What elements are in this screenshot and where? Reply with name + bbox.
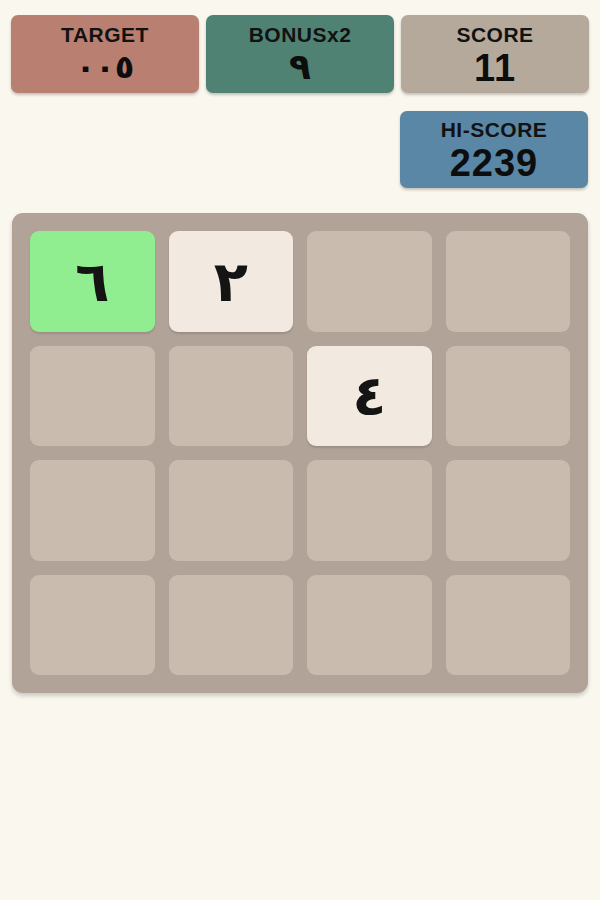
target-label: TARGET bbox=[61, 22, 149, 47]
game-screen: TARGET ٠٠٥ BONUSx2 ٩ SCORE 11 HI-SCORE 2… bbox=[0, 0, 600, 900]
hiscore-badge: HI-SCORE 2239 bbox=[400, 111, 588, 188]
board-cell-empty bbox=[30, 460, 155, 561]
game-board[interactable]: ٦٢٤ bbox=[12, 213, 588, 693]
bonus-value: ٩ bbox=[289, 47, 311, 87]
bonus-badge: BONUSx2 ٩ bbox=[206, 15, 394, 93]
board-cell-empty bbox=[446, 231, 571, 332]
board-cell-empty bbox=[30, 575, 155, 676]
score-value: 11 bbox=[474, 47, 516, 89]
bonus-label: BONUSx2 bbox=[249, 22, 352, 47]
header-badges: TARGET ٠٠٥ BONUSx2 ٩ SCORE 11 bbox=[11, 15, 589, 93]
board-cell-empty bbox=[30, 346, 155, 447]
board-cell-empty bbox=[307, 231, 432, 332]
tile-2: ٢ bbox=[169, 231, 294, 332]
board-cell-empty bbox=[446, 346, 571, 447]
score-badge: SCORE 11 bbox=[401, 15, 589, 93]
tile-6: ٦ bbox=[30, 231, 155, 332]
target-value: ٠٠٥ bbox=[76, 47, 135, 87]
tile-4: ٤ bbox=[307, 346, 432, 447]
hiscore-value: 2239 bbox=[450, 142, 539, 184]
score-label: SCORE bbox=[456, 22, 533, 47]
board-cell-empty bbox=[446, 575, 571, 676]
board-cell-empty bbox=[307, 460, 432, 561]
board-cell-empty bbox=[169, 460, 294, 561]
target-badge: TARGET ٠٠٥ bbox=[11, 15, 199, 93]
board-cell-empty bbox=[169, 346, 294, 447]
board-cell-empty bbox=[446, 460, 571, 561]
board-cell-empty bbox=[307, 575, 432, 676]
hiscore-label: HI-SCORE bbox=[441, 117, 548, 142]
board-cell-empty bbox=[169, 575, 294, 676]
